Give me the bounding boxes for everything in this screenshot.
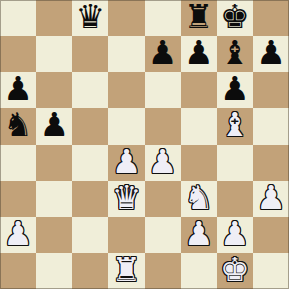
- white-pawn-icon: ♟: [220, 217, 250, 252]
- square-e4[interactable]: ♟: [145, 145, 181, 181]
- square-g4[interactable]: [217, 145, 253, 181]
- square-a2[interactable]: ♟: [0, 217, 36, 253]
- black-bishop-icon: ♝: [220, 36, 250, 71]
- square-g1[interactable]: ♚: [217, 253, 253, 289]
- black-pawn-icon: ♟: [39, 108, 69, 143]
- white-pawn-icon: ♟: [184, 217, 214, 252]
- square-f3[interactable]: ♞: [181, 181, 217, 217]
- square-g2[interactable]: ♟: [217, 217, 253, 253]
- square-h3[interactable]: ♟: [253, 181, 289, 217]
- square-c6[interactable]: [72, 72, 108, 108]
- chess-board: ♛♜♚♟♟♝♟♟♟♞♟♝♟♟♛♞♟♟♟♟♜♚: [0, 0, 289, 289]
- square-g7[interactable]: ♝: [217, 36, 253, 72]
- square-h1[interactable]: [253, 253, 289, 289]
- square-f8[interactable]: ♜: [181, 0, 217, 36]
- square-c7[interactable]: [72, 36, 108, 72]
- white-rook-icon: ♜: [112, 253, 142, 288]
- white-pawn-icon: ♟: [3, 217, 33, 252]
- white-pawn-icon: ♟: [148, 145, 178, 180]
- square-e1[interactable]: [145, 253, 181, 289]
- square-c4[interactable]: [72, 145, 108, 181]
- square-c2[interactable]: [72, 217, 108, 253]
- square-h8[interactable]: [253, 0, 289, 36]
- square-e8[interactable]: [145, 0, 181, 36]
- square-d7[interactable]: [108, 36, 144, 72]
- square-h2[interactable]: [253, 217, 289, 253]
- square-d5[interactable]: [108, 108, 144, 144]
- square-h6[interactable]: [253, 72, 289, 108]
- black-knight-icon: ♞: [3, 108, 33, 143]
- square-f1[interactable]: [181, 253, 217, 289]
- square-b7[interactable]: [36, 36, 72, 72]
- square-d6[interactable]: [108, 72, 144, 108]
- square-g6[interactable]: ♟: [217, 72, 253, 108]
- square-g3[interactable]: [217, 181, 253, 217]
- square-b4[interactable]: [36, 145, 72, 181]
- square-a7[interactable]: [0, 36, 36, 72]
- square-a4[interactable]: [0, 145, 36, 181]
- square-a1[interactable]: [0, 253, 36, 289]
- white-bishop-icon: ♝: [220, 108, 250, 143]
- white-pawn-icon: ♟: [256, 181, 286, 216]
- square-a8[interactable]: [0, 0, 36, 36]
- square-f6[interactable]: [181, 72, 217, 108]
- square-e5[interactable]: [145, 108, 181, 144]
- black-pawn-icon: ♟: [220, 72, 250, 107]
- square-f4[interactable]: [181, 145, 217, 181]
- square-a6[interactable]: ♟: [0, 72, 36, 108]
- square-b6[interactable]: [36, 72, 72, 108]
- white-pawn-icon: ♟: [112, 145, 142, 180]
- square-f2[interactable]: ♟: [181, 217, 217, 253]
- square-e3[interactable]: [145, 181, 181, 217]
- square-e6[interactable]: [145, 72, 181, 108]
- square-g5[interactable]: ♝: [217, 108, 253, 144]
- black-king-icon: ♚: [220, 0, 250, 35]
- square-a5[interactable]: ♞: [0, 108, 36, 144]
- square-a3[interactable]: [0, 181, 36, 217]
- chess-board-screenshot: ♛♜♚♟♟♝♟♟♟♞♟♝♟♟♛♞♟♟♟♟♜♚: [0, 0, 289, 289]
- white-knight-icon: ♞: [184, 181, 214, 216]
- square-f5[interactable]: [181, 108, 217, 144]
- square-h7[interactable]: ♟: [253, 36, 289, 72]
- square-c3[interactable]: [72, 181, 108, 217]
- black-pawn-icon: ♟: [184, 36, 214, 71]
- square-c1[interactable]: [72, 253, 108, 289]
- square-d1[interactable]: ♜: [108, 253, 144, 289]
- square-g8[interactable]: ♚: [217, 0, 253, 36]
- white-king-icon: ♚: [220, 253, 250, 288]
- square-e7[interactable]: ♟: [145, 36, 181, 72]
- square-b1[interactable]: [36, 253, 72, 289]
- square-c8[interactable]: ♛: [72, 0, 108, 36]
- square-h4[interactable]: [253, 145, 289, 181]
- square-b2[interactable]: [36, 217, 72, 253]
- square-b8[interactable]: [36, 0, 72, 36]
- square-d4[interactable]: ♟: [108, 145, 144, 181]
- square-d3[interactable]: ♛: [108, 181, 144, 217]
- black-pawn-icon: ♟: [3, 72, 33, 107]
- square-h5[interactable]: [253, 108, 289, 144]
- square-d2[interactable]: [108, 217, 144, 253]
- black-rook-icon: ♜: [184, 0, 214, 35]
- white-queen-icon: ♛: [112, 181, 142, 216]
- square-e2[interactable]: [145, 217, 181, 253]
- black-pawn-icon: ♟: [256, 36, 286, 71]
- square-f7[interactable]: ♟: [181, 36, 217, 72]
- square-d8[interactable]: [108, 0, 144, 36]
- black-pawn-icon: ♟: [148, 36, 178, 71]
- square-c5[interactable]: [72, 108, 108, 144]
- square-b5[interactable]: ♟: [36, 108, 72, 144]
- black-queen-icon: ♛: [76, 0, 106, 35]
- square-b3[interactable]: [36, 181, 72, 217]
